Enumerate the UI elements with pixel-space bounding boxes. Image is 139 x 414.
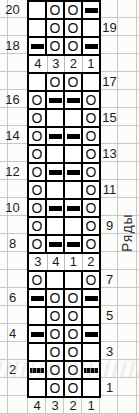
stitch-order-row: 3412 <box>29 254 99 270</box>
stitch-cell-circle: O <box>65 290 81 306</box>
stitch-order-number: 3 <box>29 254 47 270</box>
row-number-right: 7 <box>101 272 118 288</box>
circle-symbol: O <box>50 74 61 90</box>
stitch-cell-circle: O <box>47 290 63 306</box>
stitch-cell-empty <box>47 146 63 162</box>
stitch-cell-bar <box>47 236 63 252</box>
circle-symbol: O <box>68 362 79 378</box>
row-number-left: 12 <box>0 164 25 180</box>
bar-symbol <box>49 206 62 211</box>
circle-symbol: O <box>32 128 43 144</box>
circle-symbol: O <box>50 344 61 360</box>
stitch-cell-circle: O <box>83 110 99 126</box>
stitch-cell-empty <box>83 20 99 36</box>
row-number-left: 20 <box>0 2 25 18</box>
stitch-cell-bar <box>29 326 45 342</box>
bar-symbol <box>31 44 44 49</box>
circle-symbol: O <box>68 20 79 36</box>
bar-symbol <box>49 242 62 247</box>
row-number-left: 4 <box>0 326 25 342</box>
stitch-order-row: 4321 <box>29 56 99 72</box>
circle-symbol: O <box>32 146 43 162</box>
circle-symbol: O <box>68 380 79 396</box>
bar-symbol <box>49 134 62 139</box>
stitch-order-number: 1 <box>82 56 100 72</box>
stitch-cell-circle: O <box>83 236 99 252</box>
stitch-cell-circle: O <box>47 20 63 36</box>
stitch-cell-circle: O <box>29 272 45 288</box>
bar-symbol <box>49 170 62 175</box>
bar-symbol <box>85 8 98 13</box>
stitch-cell-circle: O <box>47 74 63 90</box>
circle-symbol: O <box>86 272 97 288</box>
stitch-cell-bar <box>47 128 63 144</box>
stitch-cell-empty <box>65 110 81 126</box>
circle-symbol: O <box>50 20 61 36</box>
stitch-cell-circle: O <box>65 326 81 342</box>
circle-symbol: O <box>86 200 97 216</box>
bar-symbol <box>85 332 98 337</box>
stitch-cell-empty <box>29 20 45 36</box>
bar-symbol <box>31 332 44 337</box>
stitch-cell-bar <box>65 236 81 252</box>
stitch-order-number: 2 <box>64 56 82 72</box>
stitch-cell-circle: O <box>29 128 45 144</box>
stitch-cell-empty <box>47 218 63 234</box>
stitch-cell-circle: O <box>29 218 45 234</box>
circle-symbol: O <box>68 326 79 342</box>
stitch-cell-bar <box>83 326 99 342</box>
row-number-left: 14 <box>0 128 25 144</box>
circle-symbol: O <box>50 326 61 342</box>
stitch-cell-bar <box>83 290 99 306</box>
stitch-number: 4 <box>28 399 46 413</box>
right-row-numbers: 191715131197531 <box>101 0 118 414</box>
circle-symbol: O <box>32 218 43 234</box>
circle-symbol: O <box>32 236 43 252</box>
knitting-chart: 2018161412108642 OOOOOO4321OOOOOOOOOOOOO… <box>0 0 139 414</box>
stitch-cell-empty <box>83 344 99 360</box>
row-number-right: 11 <box>101 182 118 198</box>
stitch-cell-circle: O <box>83 200 99 216</box>
bar-symbol <box>67 206 80 211</box>
stitch-cell-circle: O <box>29 92 45 108</box>
stitch-cell-circle: O <box>65 2 81 18</box>
row-number-left: 18 <box>0 38 25 54</box>
circle-symbol: O <box>86 92 97 108</box>
stitch-cell-circle: O <box>29 110 45 126</box>
row-number-right: 17 <box>101 74 118 90</box>
stitch-cell-bar <box>29 290 45 306</box>
bar-symbol <box>84 368 98 373</box>
stitch-cell-circle: O <box>29 182 45 198</box>
stitch-cell-empty <box>29 380 45 396</box>
stitch-cell-circle: O <box>47 308 63 324</box>
circle-symbol: O <box>86 218 97 234</box>
stitch-order-number: 1 <box>64 254 82 270</box>
stitch-order-number: 2 <box>82 254 100 270</box>
circle-symbol: O <box>32 182 43 198</box>
stitch-cell-circle: O <box>47 362 63 378</box>
stitch-cell-circle: O <box>83 146 99 162</box>
stitch-cell-circle: O <box>47 326 63 342</box>
row-number-right: 13 <box>101 146 118 162</box>
stitch-cell-bar <box>83 362 99 378</box>
circle-symbol: O <box>32 200 43 216</box>
stitch-order-number: 3 <box>47 56 65 72</box>
stitch-cell-empty <box>29 308 45 324</box>
left-row-numbers: 2018161412108642 <box>0 0 25 414</box>
row-number-right: 1 <box>101 380 118 396</box>
stitch-cell-circle: O <box>29 146 45 162</box>
circle-symbol: O <box>68 74 79 90</box>
stitch-cell-circle: O <box>47 38 63 54</box>
stitch-cell-empty <box>65 272 81 288</box>
stitch-cell-circle: O <box>83 164 99 180</box>
circle-symbol: O <box>86 236 97 252</box>
stitch-cell-empty <box>29 344 45 360</box>
chart-grid: OOOOOO4321OOOOOOOOOOOOOOOOOOOO3412OOOOOO… <box>27 0 101 398</box>
stitch-order-number: 4 <box>47 254 65 270</box>
stitch-cell-circle: O <box>29 164 45 180</box>
stitch-order-number: 4 <box>29 56 47 72</box>
stitch-cell-circle: O <box>83 182 99 198</box>
stitch-cell-circle: O <box>65 362 81 378</box>
stitch-cell-circle: O <box>65 74 81 90</box>
row-number-right: 9 <box>101 218 118 234</box>
stitch-cell-circle: O <box>65 308 81 324</box>
stitch-cell-bar <box>47 164 63 180</box>
circle-symbol: O <box>86 146 97 162</box>
stitch-cell-bar <box>29 362 45 378</box>
bar-symbol <box>85 296 98 301</box>
circle-symbol: O <box>86 182 97 198</box>
stitch-cell-bar <box>47 92 63 108</box>
stitch-cell-bar <box>65 164 81 180</box>
stitch-cell-empty <box>83 308 99 324</box>
circle-symbol: O <box>68 308 79 324</box>
gridline-vertical <box>136 0 137 414</box>
circle-symbol: O <box>50 2 61 18</box>
circle-symbol: O <box>32 272 43 288</box>
row-number-left: 2 <box>0 362 25 378</box>
circle-symbol: O <box>68 2 79 18</box>
stitch-cell-empty <box>47 272 63 288</box>
stitch-cell-circle: O <box>65 380 81 396</box>
stitch-cell-empty <box>65 182 81 198</box>
row-number-right: 19 <box>101 20 118 36</box>
circle-symbol: O <box>68 290 79 306</box>
stitch-cell-bar <box>29 38 45 54</box>
stitch-cell-bar <box>65 200 81 216</box>
circle-symbol: O <box>86 110 97 126</box>
circle-symbol: O <box>68 38 79 54</box>
stitch-cell-empty <box>29 2 45 18</box>
stitch-cell-circle: O <box>29 200 45 216</box>
stitch-cell-empty <box>83 380 99 396</box>
stitch-cell-empty <box>83 74 99 90</box>
stitch-number: 2 <box>64 399 82 413</box>
stitch-cell-circle: O <box>83 218 99 234</box>
bar-symbol <box>30 368 44 373</box>
stitch-cell-bar <box>83 2 99 18</box>
row-number-left: 6 <box>0 290 25 306</box>
bar-symbol <box>67 134 80 139</box>
stitch-cell-circle: O <box>47 2 63 18</box>
circle-symbol: O <box>50 380 61 396</box>
stitch-cell-empty <box>29 74 45 90</box>
stitch-cell-empty <box>47 182 63 198</box>
stitch-number: 3 <box>46 399 64 413</box>
stitch-cell-bar <box>65 92 81 108</box>
stitch-cell-bar <box>83 38 99 54</box>
circle-symbol: O <box>86 164 97 180</box>
row-number-left: 16 <box>0 92 25 108</box>
bar-symbol <box>49 98 62 103</box>
circle-symbol: O <box>68 344 79 360</box>
bar-symbol <box>31 296 44 301</box>
bar-symbol <box>67 170 80 175</box>
stitch-cell-circle: O <box>65 344 81 360</box>
row-number-left: 8 <box>0 236 25 252</box>
circle-symbol: O <box>50 290 61 306</box>
stitch-cell-circle: O <box>47 380 63 396</box>
rows-axis-label: Ряды <box>119 194 135 252</box>
bar-symbol <box>85 44 98 49</box>
circle-symbol: O <box>32 110 43 126</box>
bottom-stitch-numbers: 4321 <box>28 399 100 413</box>
circle-symbol: O <box>86 128 97 144</box>
stitch-cell-bar <box>65 128 81 144</box>
stitch-cell-circle: O <box>65 38 81 54</box>
stitch-cell-circle: O <box>65 20 81 36</box>
circle-symbol: O <box>32 92 43 108</box>
row-number-left: 10 <box>0 200 25 216</box>
row-number-right: 3 <box>101 344 118 360</box>
bar-symbol <box>67 98 80 103</box>
stitch-cell-circle: O <box>83 272 99 288</box>
stitch-cell-empty <box>47 110 63 126</box>
stitch-cell-circle: O <box>29 236 45 252</box>
stitch-cell-bar <box>47 200 63 216</box>
stitch-number: 1 <box>82 399 100 413</box>
circle-symbol: O <box>32 164 43 180</box>
stitch-cell-empty <box>65 146 81 162</box>
stitch-cell-empty <box>65 218 81 234</box>
circle-symbol: O <box>50 38 61 54</box>
stitch-cell-circle: O <box>47 344 63 360</box>
row-number-right: 15 <box>101 110 118 126</box>
bar-symbol <box>67 242 80 247</box>
row-number-right: 5 <box>101 308 118 324</box>
circle-symbol: O <box>50 362 61 378</box>
stitch-cell-circle: O <box>83 128 99 144</box>
circle-symbol: O <box>50 308 61 324</box>
stitch-cell-circle: O <box>83 92 99 108</box>
